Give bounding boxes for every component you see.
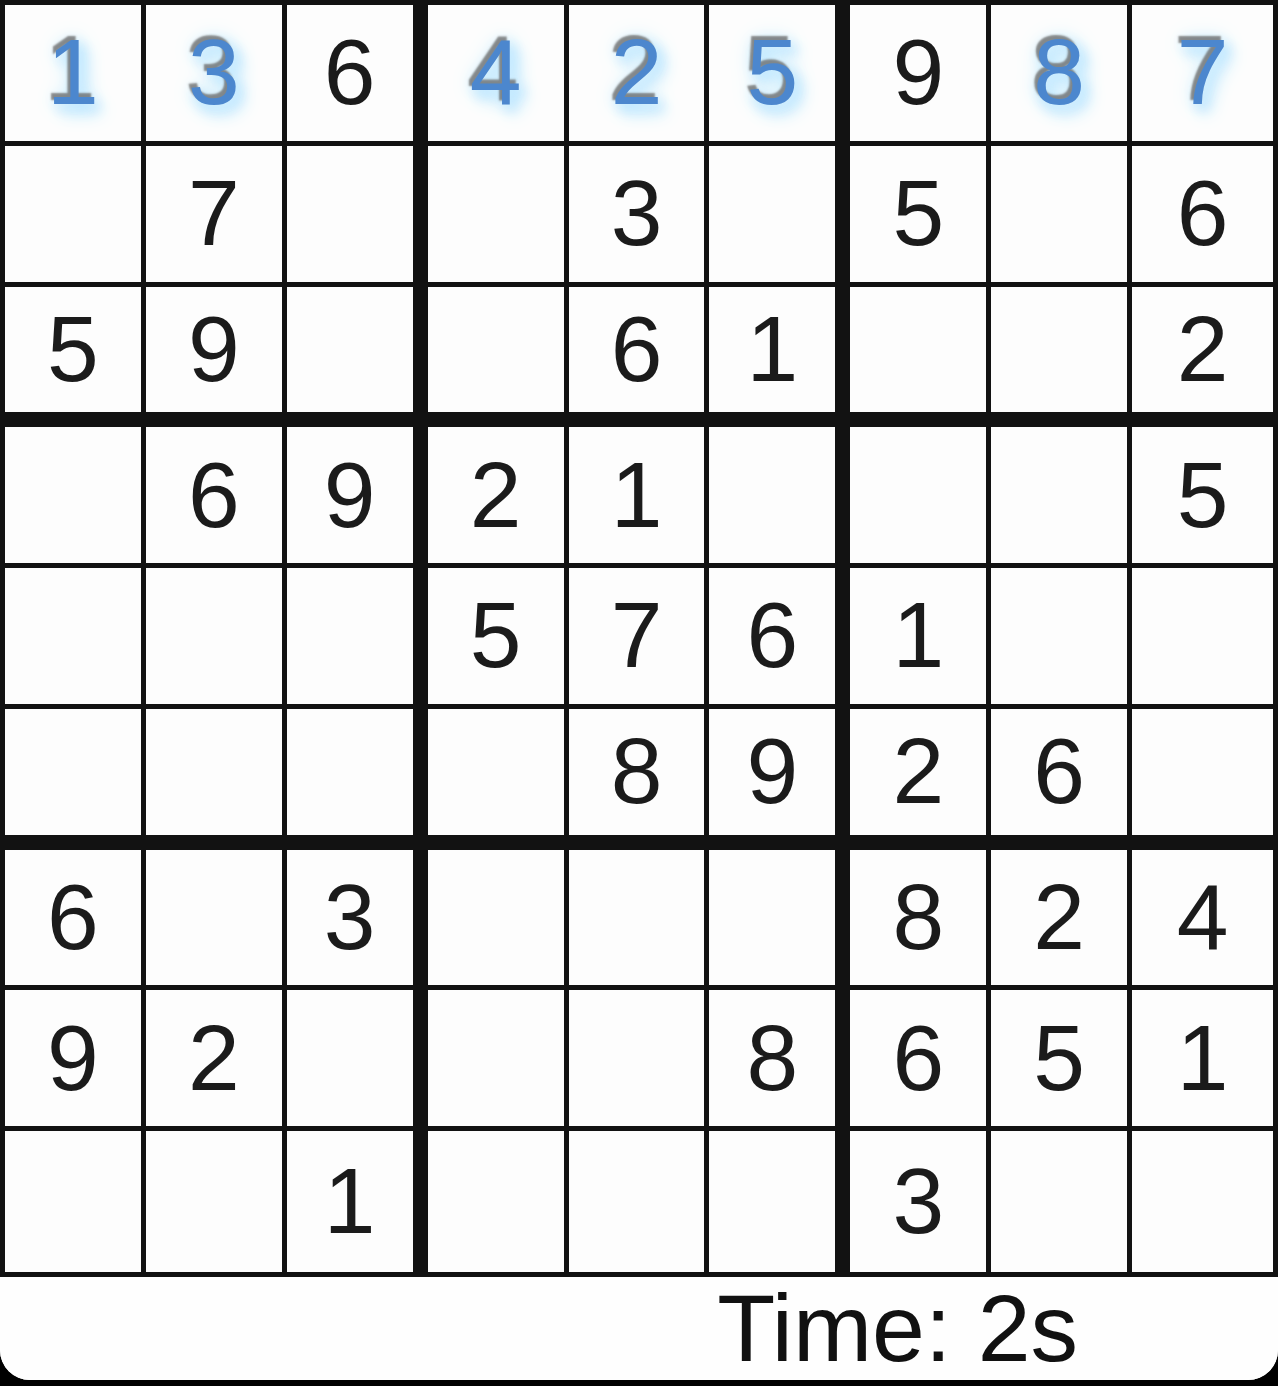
timer-label: Time: 2s (717, 1281, 1078, 1376)
user-entry-digit: 4 (470, 26, 522, 119)
given-digit: 6 (892, 1012, 944, 1105)
given-digit: 1 (892, 589, 944, 682)
cell-r8c7[interactable]: 6 (850, 990, 991, 1131)
cell-r3c8[interactable] (991, 287, 1132, 428)
cell-r7c2[interactable] (146, 850, 287, 991)
cell-r1c6[interactable]: 5 (709, 5, 850, 146)
given-digit: 5 (47, 303, 99, 396)
given-digit: 7 (611, 589, 663, 682)
cell-r5c8[interactable] (991, 568, 1132, 709)
cell-r2c9[interactable]: 6 (1132, 146, 1273, 287)
user-entry-digit: 5 (747, 26, 799, 119)
cell-r9c3[interactable]: 1 (287, 1131, 428, 1272)
given-digit: 2 (1033, 871, 1085, 964)
given-digit: 9 (47, 1012, 99, 1105)
cell-r4c9[interactable]: 5 (1132, 427, 1273, 568)
given-digit: 6 (747, 589, 799, 682)
cell-r4c2[interactable]: 6 (146, 427, 287, 568)
given-digit: 9 (188, 303, 240, 396)
cell-r8c3[interactable] (287, 990, 428, 1131)
cell-r1c7[interactable]: 9 (850, 5, 991, 146)
cell-r5c9[interactable] (1132, 568, 1273, 709)
cell-r6c4[interactable] (428, 709, 569, 850)
cell-r4c7[interactable] (850, 427, 991, 568)
cell-r5c6[interactable]: 6 (709, 568, 850, 709)
cell-r5c1[interactable] (5, 568, 146, 709)
given-digit: 1 (1177, 1012, 1229, 1105)
given-digit: 4 (1177, 871, 1229, 964)
cell-r9c6[interactable] (709, 1131, 850, 1272)
cell-r9c1[interactable] (5, 1131, 146, 1272)
cell-r3c2[interactable]: 9 (146, 287, 287, 428)
cell-r2c8[interactable] (991, 146, 1132, 287)
cell-r7c5[interactable] (569, 850, 710, 991)
cell-r9c2[interactable] (146, 1131, 287, 1272)
cell-r3c5[interactable]: 6 (569, 287, 710, 428)
cell-r8c2[interactable]: 2 (146, 990, 287, 1131)
cell-r9c5[interactable] (569, 1131, 710, 1272)
given-digit: 2 (188, 1012, 240, 1105)
cell-r6c1[interactable] (5, 709, 146, 850)
cell-r1c3[interactable]: 6 (287, 5, 428, 146)
user-entry-digit: 8 (1033, 26, 1085, 119)
given-digit: 9 (747, 725, 799, 818)
cell-r3c4[interactable] (428, 287, 569, 428)
cell-r2c3[interactable] (287, 146, 428, 287)
cell-r2c7[interactable]: 5 (850, 146, 991, 287)
given-digit: 8 (892, 871, 944, 964)
cell-r1c2[interactable]: 3 (146, 5, 287, 146)
given-digit: 6 (611, 303, 663, 396)
cell-r7c9[interactable]: 4 (1132, 850, 1273, 991)
cell-r9c9[interactable] (1132, 1131, 1273, 1272)
given-digit: 9 (324, 449, 376, 542)
given-digit: 2 (892, 725, 944, 818)
cell-r4c8[interactable] (991, 427, 1132, 568)
given-digit: 9 (892, 26, 944, 119)
cell-r8c4[interactable] (428, 990, 569, 1131)
cell-r8c8[interactable]: 5 (991, 990, 1132, 1131)
cell-r4c3[interactable]: 9 (287, 427, 428, 568)
cell-r7c4[interactable] (428, 850, 569, 991)
cell-r1c9[interactable]: 7 (1132, 5, 1273, 146)
status-bar: Time: 2s (0, 1277, 1278, 1380)
user-entry-digit: 3 (188, 26, 240, 119)
cell-r6c2[interactable] (146, 709, 287, 850)
cell-r6c7[interactable]: 2 (850, 709, 991, 850)
cell-r6c5[interactable]: 8 (569, 709, 710, 850)
cell-r5c4[interactable]: 5 (428, 568, 569, 709)
board-card: 1364259877356596126921557618926638249286… (0, 0, 1278, 1380)
cell-r6c6[interactable]: 9 (709, 709, 850, 850)
given-digit: 5 (1177, 449, 1229, 542)
cell-r4c5[interactable]: 1 (569, 427, 710, 568)
cell-r7c6[interactable] (709, 850, 850, 991)
cell-r8c1[interactable]: 9 (5, 990, 146, 1131)
cell-r7c7[interactable]: 8 (850, 850, 991, 991)
cell-r1c5[interactable]: 2 (569, 5, 710, 146)
cell-r4c6[interactable] (709, 427, 850, 568)
cell-r6c8[interactable]: 6 (991, 709, 1132, 850)
cell-r2c4[interactable] (428, 146, 569, 287)
cell-r1c1[interactable]: 1 (5, 5, 146, 146)
user-entry-digit: 1 (47, 26, 99, 119)
given-digit: 8 (747, 1012, 799, 1105)
cell-r6c9[interactable] (1132, 709, 1273, 850)
given-digit: 3 (324, 871, 376, 964)
given-digit: 1 (324, 1155, 376, 1248)
given-digit: 6 (1033, 725, 1085, 818)
user-entry-digit: 2 (611, 26, 663, 119)
cell-r5c7[interactable]: 1 (850, 568, 991, 709)
given-digit: 2 (470, 449, 522, 542)
cell-r7c3[interactable]: 3 (287, 850, 428, 991)
given-digit: 5 (892, 167, 944, 260)
given-digit: 3 (611, 167, 663, 260)
sudoku-board: 1364259877356596126921557618926638249286… (0, 0, 1278, 1277)
cell-r4c4[interactable]: 2 (428, 427, 569, 568)
cell-r2c5[interactable]: 3 (569, 146, 710, 287)
cell-r3c1[interactable]: 5 (5, 287, 146, 428)
given-digit: 2 (1177, 303, 1229, 396)
given-digit: 7 (188, 167, 240, 260)
cell-r6c3[interactable] (287, 709, 428, 850)
cell-r9c4[interactable] (428, 1131, 569, 1272)
cell-r9c7[interactable]: 3 (850, 1131, 991, 1272)
given-digit: 6 (188, 449, 240, 542)
cell-r9c8[interactable] (991, 1131, 1132, 1272)
given-digit: 8 (611, 725, 663, 818)
cell-r3c9[interactable]: 2 (1132, 287, 1273, 428)
cell-r5c5[interactable]: 7 (569, 568, 710, 709)
cell-r5c2[interactable] (146, 568, 287, 709)
cell-r2c6[interactable] (709, 146, 850, 287)
cell-r8c6[interactable]: 8 (709, 990, 850, 1131)
cell-r3c3[interactable] (287, 287, 428, 428)
cell-r3c7[interactable] (850, 287, 991, 428)
given-digit: 3 (892, 1155, 944, 1248)
cell-r3c6[interactable]: 1 (709, 287, 850, 428)
user-entry-digit: 7 (1177, 26, 1229, 119)
given-digit: 1 (611, 449, 663, 542)
given-digit: 5 (1033, 1012, 1085, 1105)
cell-r4c1[interactable] (5, 427, 146, 568)
cell-r8c5[interactable] (569, 990, 710, 1131)
cell-r7c1[interactable]: 6 (5, 850, 146, 991)
given-digit: 6 (324, 26, 376, 119)
cell-r8c9[interactable]: 1 (1132, 990, 1273, 1131)
cell-r2c2[interactable]: 7 (146, 146, 287, 287)
cell-r1c4[interactable]: 4 (428, 5, 569, 146)
sudoku-app: 1364259877356596126921557618926638249286… (0, 0, 1278, 1386)
cell-r7c8[interactable]: 2 (991, 850, 1132, 991)
cell-r5c3[interactable] (287, 568, 428, 709)
cell-r2c1[interactable] (5, 146, 146, 287)
given-digit: 6 (1177, 167, 1229, 260)
given-digit: 1 (747, 303, 799, 396)
given-digit: 6 (47, 871, 99, 964)
cell-r1c8[interactable]: 8 (991, 5, 1132, 146)
given-digit: 5 (470, 589, 522, 682)
